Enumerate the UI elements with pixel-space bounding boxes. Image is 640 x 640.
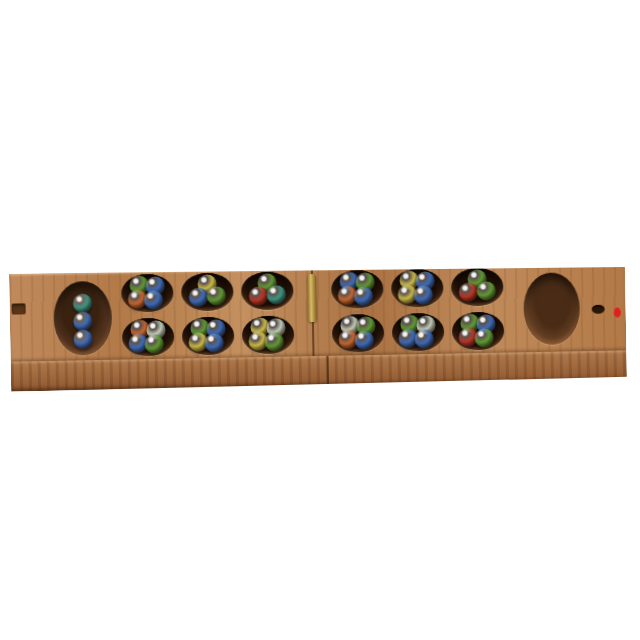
peg-hole-icon [592, 305, 605, 314]
marble-green [475, 328, 494, 347]
pit-top-5[interactable] [391, 269, 444, 308]
pit-top-2[interactable] [181, 273, 234, 312]
marble-green [265, 332, 284, 351]
hinge-area [297, 268, 329, 357]
marble-green [145, 334, 164, 353]
marble-blue [355, 330, 374, 349]
pit-bottom-6[interactable] [452, 312, 505, 351]
front-seam [327, 356, 330, 386]
photo-background [0, 0, 640, 640]
left-store-cup [53, 281, 112, 356]
left-latch-notch [12, 303, 26, 314]
pit-bottom-5[interactable] [392, 313, 445, 352]
pit-top-4[interactable] [331, 270, 384, 309]
left-store [9, 272, 119, 362]
right-store [507, 262, 627, 352]
pit-bottom-1[interactable] [122, 318, 175, 357]
marble-green [477, 281, 496, 300]
marble-blue [144, 290, 163, 309]
marble-green [207, 286, 226, 305]
marble-blue [73, 312, 92, 331]
marble-blue [205, 333, 224, 352]
marble-teal [267, 285, 286, 304]
marble-teal [73, 294, 92, 313]
hinge-pin-icon [307, 274, 317, 322]
marble-blue [74, 329, 93, 348]
pit-bottom-3[interactable] [242, 315, 295, 354]
mancala-board [9, 262, 627, 391]
board-top-surface [9, 262, 627, 361]
red-latch-dot-icon [614, 307, 621, 317]
marble-red [458, 282, 477, 301]
pit-bottom-4[interactable] [332, 314, 385, 353]
marble-blue [415, 329, 434, 348]
pit-top-1[interactable] [121, 274, 174, 313]
pit-top-6[interactable] [451, 268, 504, 307]
marble-blue [414, 285, 433, 304]
pit-bottom-2[interactable] [182, 317, 235, 356]
pit-top-3[interactable] [241, 271, 294, 310]
marble-red [248, 286, 267, 305]
marble-blue [188, 287, 207, 306]
right-store-cup [523, 272, 580, 345]
marble-blue [354, 286, 373, 305]
